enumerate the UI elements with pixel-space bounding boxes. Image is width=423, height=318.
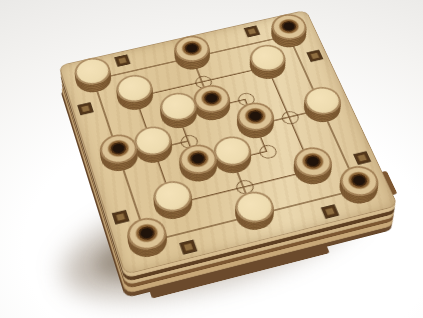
piece-ring-g1[interactable] [335,171,383,208]
piece-solid-f6[interactable] [245,51,289,83]
piece-ring-d7[interactable] [171,42,214,74]
point-e3-empty[interactable] [257,143,279,160]
piece-solid-d1[interactable] [231,196,278,234]
piece-solid-b4[interactable] [132,132,177,168]
piece-solid-b2[interactable] [150,186,196,224]
piece-solid-b6[interactable] [114,81,157,115]
piece-solid-g4[interactable] [299,92,344,126]
piece-ring-d5[interactable] [190,90,234,124]
wooden-game-box [58,10,398,275]
piece-ring-f2[interactable] [289,152,336,188]
piece-ring-a1[interactable] [124,223,171,262]
piece-solid-a7[interactable] [72,64,114,97]
piece-solid-c5[interactable] [156,98,200,132]
product-photo-scene [0,0,423,318]
